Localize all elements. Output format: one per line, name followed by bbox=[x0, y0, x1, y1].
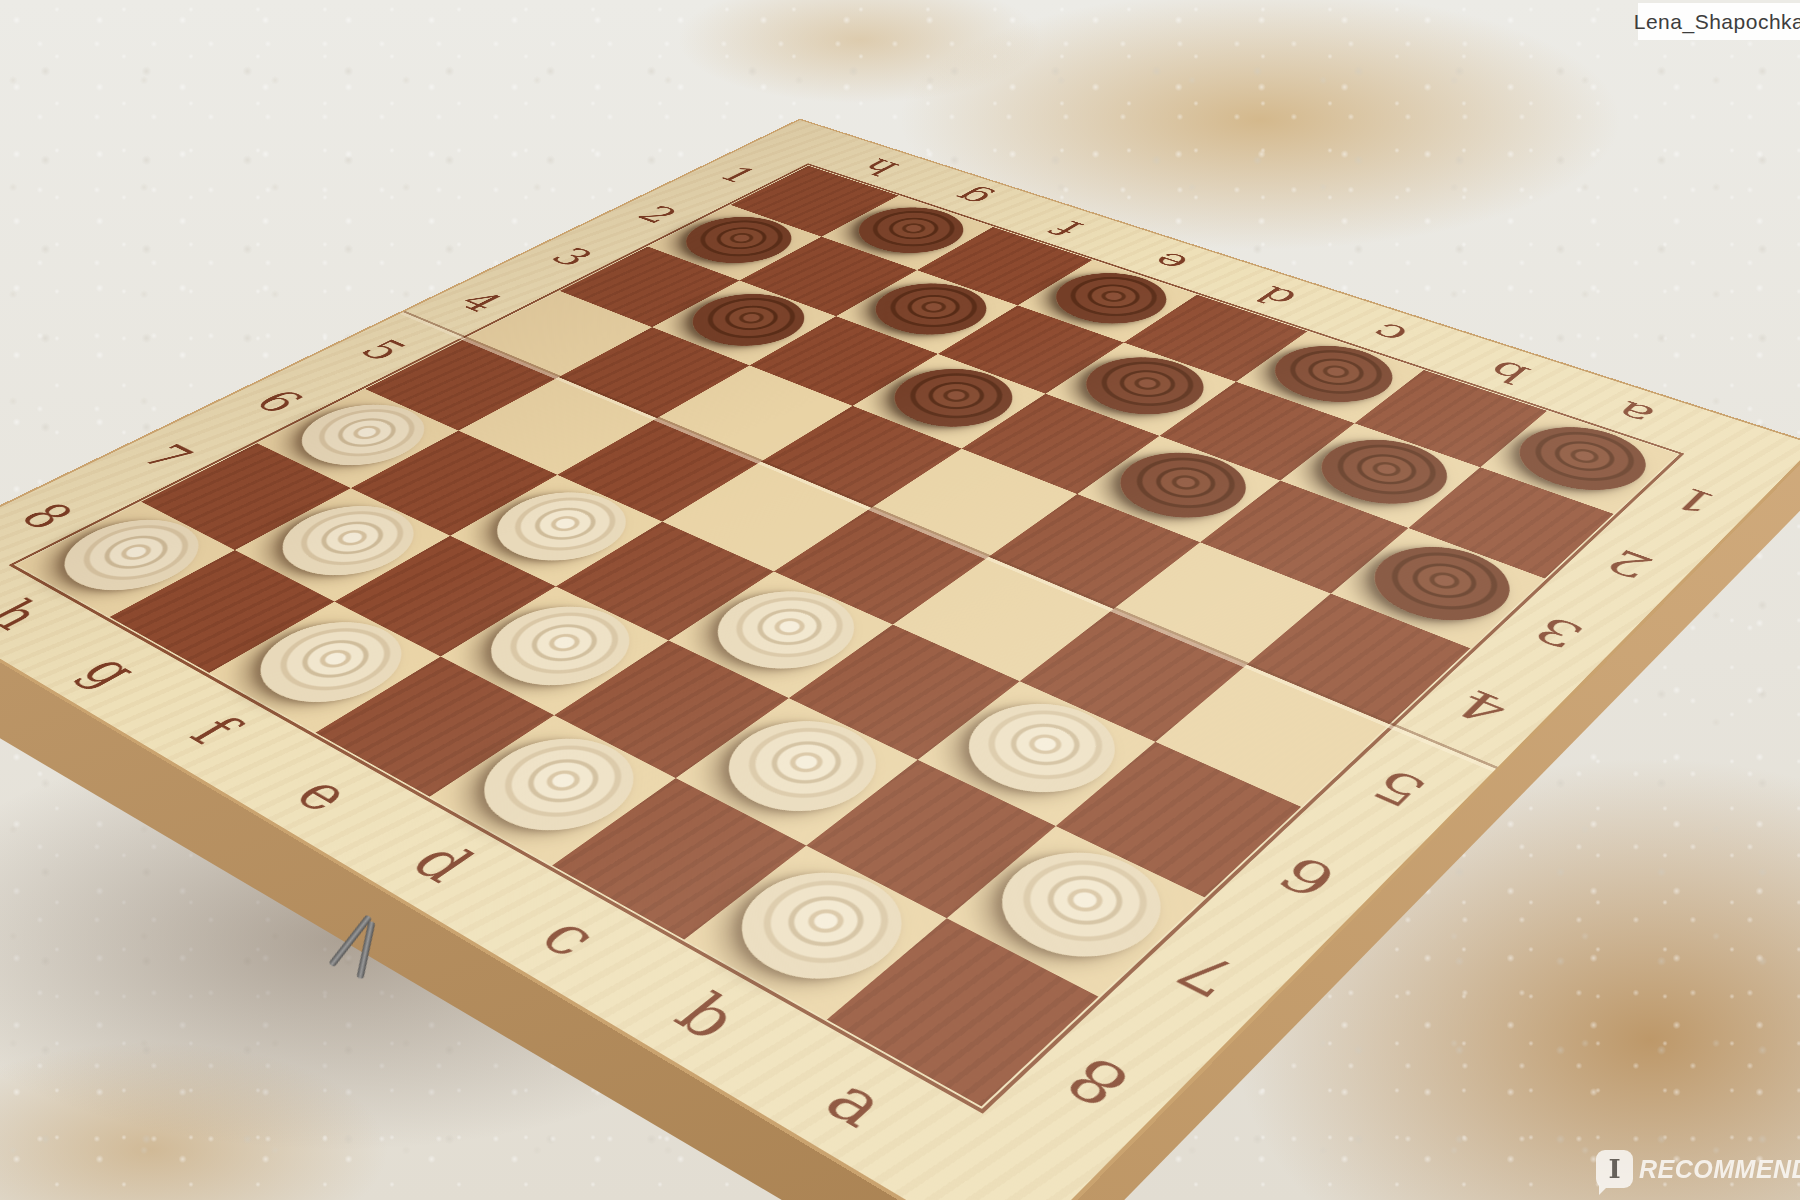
rank-label-right-3: 3 bbox=[1526, 611, 1592, 654]
rank-label-left-1: 1 bbox=[712, 163, 765, 186]
file-label-bottom-e: e bbox=[284, 769, 365, 819]
rank-label-right-7: 7 bbox=[1167, 943, 1250, 1004]
file-label-bottom-h: h bbox=[0, 594, 54, 636]
rank-label-left-8: 8 bbox=[12, 497, 84, 534]
file-label-bottom-d: d bbox=[401, 835, 486, 890]
rank-label-left-6: 6 bbox=[247, 385, 313, 417]
file-label-bottom-a: a bbox=[813, 1069, 902, 1136]
file-label-top-a: a bbox=[1605, 397, 1660, 429]
rank-label-right-5: 5 bbox=[1362, 763, 1436, 814]
rank-label-left-7: 7 bbox=[134, 439, 203, 473]
file-label-bottom-b: b bbox=[664, 984, 753, 1048]
file-label-bottom-g: g bbox=[72, 648, 151, 692]
rank-label-right-6: 6 bbox=[1269, 849, 1347, 905]
file-label-bottom-f: f bbox=[180, 710, 250, 751]
rank-label-right-8: 8 bbox=[1054, 1048, 1142, 1116]
rank-label-right-4: 4 bbox=[1448, 684, 1518, 730]
speech-bubble-i-icon: I bbox=[1596, 1150, 1633, 1188]
file-label-top-f: f bbox=[1046, 218, 1089, 240]
file-label-top-h: h bbox=[853, 156, 906, 179]
rank-label-right-1: 1 bbox=[1664, 482, 1724, 518]
logo-text: RECOMMEND.RU bbox=[1639, 1155, 1800, 1184]
rank-label-left-3: 3 bbox=[544, 244, 602, 270]
file-label-bottom-c: c bbox=[529, 908, 612, 964]
rank-label-left-4: 4 bbox=[452, 288, 512, 316]
file-label-top-c: c bbox=[1362, 319, 1414, 347]
watermark-text: Lena_Shapochka bbox=[1634, 10, 1800, 34]
watermark-badge: Lena_Shapochka bbox=[1638, 3, 1800, 40]
file-label-top-d: d bbox=[1248, 282, 1303, 310]
file-label-top-b: b bbox=[1479, 356, 1536, 387]
recommend-logo: I RECOMMEND.RU bbox=[1596, 1150, 1800, 1188]
photo-scene: 1122334455667788hhggffeeddccbbaa Lena_Sh… bbox=[0, 0, 1800, 1200]
file-label-top-g: g bbox=[944, 185, 997, 209]
file-label-top-e: e bbox=[1143, 249, 1196, 275]
rank-label-left-2: 2 bbox=[631, 202, 686, 226]
rank-label-right-2: 2 bbox=[1598, 544, 1661, 583]
rank-label-left-5: 5 bbox=[353, 335, 416, 365]
